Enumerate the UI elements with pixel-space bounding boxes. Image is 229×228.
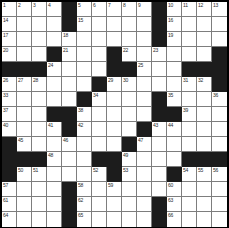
white-cell[interactable]	[182, 137, 197, 152]
clue-number: 30	[123, 77, 128, 83]
white-cell[interactable]: 39	[182, 107, 197, 122]
clue-number: 22	[123, 47, 128, 53]
clue-number: 49	[123, 152, 128, 158]
white-cell[interactable]	[197, 212, 212, 227]
white-cell[interactable]	[92, 32, 107, 47]
white-cell[interactable]	[47, 77, 62, 92]
white-cell[interactable]	[122, 32, 137, 47]
white-cell[interactable]	[17, 32, 32, 47]
white-cell[interactable]	[122, 212, 137, 227]
clue-number: 12	[198, 2, 203, 8]
clue-number: 50	[18, 167, 23, 173]
white-cell[interactable]	[77, 77, 92, 92]
white-cell[interactable]: 63	[167, 197, 182, 212]
white-cell[interactable]	[92, 212, 107, 227]
white-cell[interactable]	[32, 197, 47, 212]
clue-number: 36	[213, 92, 218, 98]
clue-number: 21	[63, 47, 68, 53]
white-cell[interactable]: 66	[167, 212, 182, 227]
white-cell[interactable]	[167, 152, 182, 167]
black-cell	[107, 47, 122, 62]
black-cell	[32, 152, 47, 167]
white-cell[interactable]: 13	[212, 2, 227, 17]
white-cell[interactable]: 52	[92, 167, 107, 182]
black-cell	[2, 137, 17, 152]
white-cell[interactable]	[182, 92, 197, 107]
white-cell[interactable]	[122, 17, 137, 32]
black-cell	[152, 92, 167, 107]
white-cell[interactable]: 6	[92, 2, 107, 17]
clue-number: 43	[153, 122, 158, 128]
white-cell[interactable]: 12	[197, 2, 212, 17]
white-cell[interactable]: 8	[122, 2, 137, 17]
white-cell[interactable]	[17, 47, 32, 62]
white-cell[interactable]	[137, 197, 152, 212]
white-cell[interactable]	[92, 17, 107, 32]
black-cell	[62, 107, 77, 122]
clue-number: 58	[78, 182, 83, 188]
white-cell[interactable]	[92, 197, 107, 212]
clue-number: 66	[168, 212, 173, 218]
clue-number: 4	[48, 2, 51, 8]
white-cell[interactable]	[197, 182, 212, 197]
clue-number: 55	[198, 167, 203, 173]
white-cell[interactable]	[182, 47, 197, 62]
clue-number: 61	[3, 197, 8, 203]
white-cell[interactable]	[47, 212, 62, 227]
black-cell	[122, 137, 137, 152]
clue-number: 64	[3, 212, 8, 218]
black-cell	[32, 62, 47, 77]
white-cell[interactable]: 41	[47, 122, 62, 137]
clue-number: 59	[108, 182, 113, 188]
white-cell[interactable]	[17, 17, 32, 32]
clue-number: 19	[168, 32, 173, 38]
white-cell[interactable]: 11	[182, 2, 197, 17]
clue-number: 20	[3, 47, 8, 53]
white-cell[interactable]: 4	[47, 2, 62, 17]
black-cell	[107, 167, 122, 182]
white-cell[interactable]	[167, 137, 182, 152]
white-cell[interactable]	[167, 77, 182, 92]
clue-number: 37	[3, 107, 8, 113]
white-cell[interactable]	[122, 197, 137, 212]
white-cell[interactable]: 45	[17, 137, 32, 152]
white-cell[interactable]	[212, 17, 227, 32]
clue-number: 15	[78, 17, 83, 23]
white-cell[interactable]	[137, 182, 152, 197]
white-cell[interactable]	[137, 167, 152, 182]
white-cell[interactable]: 25	[137, 62, 152, 77]
clue-number: 18	[63, 32, 68, 38]
white-cell[interactable]	[32, 92, 47, 107]
white-cell[interactable]	[32, 182, 47, 197]
white-cell[interactable]: 29	[107, 77, 122, 92]
black-cell	[47, 47, 62, 62]
black-cell	[212, 77, 227, 92]
clue-number: 31	[183, 77, 188, 83]
clue-number: 23	[153, 47, 158, 53]
clue-number: 65	[78, 212, 83, 218]
white-cell[interactable]	[47, 137, 62, 152]
clue-number: 3	[33, 2, 36, 8]
white-cell[interactable]: 50	[17, 167, 32, 182]
white-cell[interactable]	[17, 212, 32, 227]
white-cell[interactable]	[32, 137, 47, 152]
white-cell[interactable]	[122, 92, 137, 107]
black-cell	[167, 107, 182, 122]
white-cell[interactable]	[122, 107, 137, 122]
black-cell	[197, 62, 212, 77]
white-cell[interactable]: 58	[77, 182, 92, 197]
white-cell[interactable]: 5	[77, 2, 92, 17]
white-cell[interactable]	[77, 47, 92, 62]
white-cell[interactable]	[122, 122, 137, 137]
clue-number: 46	[63, 137, 68, 143]
clue-number: 34	[93, 92, 98, 98]
clue-number: 45	[18, 137, 23, 143]
clue-number: 57	[3, 182, 8, 188]
white-cell[interactable]	[92, 47, 107, 62]
black-cell	[152, 32, 167, 47]
clue-number: 9	[138, 2, 141, 8]
white-cell[interactable]: 47	[137, 137, 152, 152]
white-cell[interactable]: 64	[2, 212, 17, 227]
white-cell[interactable]: 35	[167, 92, 182, 107]
white-cell[interactable]	[137, 152, 152, 167]
clue-number: 25	[138, 62, 143, 68]
white-cell[interactable]: 7	[107, 2, 122, 17]
white-cell[interactable]: 48	[47, 152, 62, 167]
clue-number: 54	[183, 167, 188, 173]
clue-number: 16	[168, 17, 173, 23]
white-cell[interactable]	[212, 107, 227, 122]
white-cell[interactable]	[77, 62, 92, 77]
white-cell[interactable]: 2	[17, 2, 32, 17]
black-cell	[167, 167, 182, 182]
black-cell	[107, 62, 122, 77]
clue-number: 14	[3, 17, 8, 23]
crossword-puzzle: 1234567891011121314151617181920212223242…	[0, 0, 229, 228]
white-cell[interactable]	[137, 92, 152, 107]
white-cell[interactable]	[212, 122, 227, 137]
white-cell[interactable]	[197, 17, 212, 32]
black-cell	[62, 197, 77, 212]
white-cell[interactable]	[152, 182, 167, 197]
white-cell[interactable]: 21	[62, 47, 77, 62]
white-cell[interactable]: 16	[167, 17, 182, 32]
black-cell	[197, 152, 212, 167]
white-cell[interactable]: 33	[2, 92, 17, 107]
white-cell[interactable]: 10	[167, 2, 182, 17]
white-cell[interactable]	[92, 182, 107, 197]
crossword-grid: 1234567891011121314151617181920212223242…	[0, 0, 229, 228]
white-cell[interactable]	[92, 107, 107, 122]
clue-number: 32	[198, 77, 203, 83]
black-cell	[182, 62, 197, 77]
white-cell[interactable]	[137, 32, 152, 47]
white-cell[interactable]: 20	[2, 47, 17, 62]
white-cell[interactable]	[152, 77, 167, 92]
white-cell[interactable]	[122, 182, 137, 197]
white-cell[interactable]	[212, 197, 227, 212]
white-cell[interactable]: 61	[2, 197, 17, 212]
white-cell[interactable]	[17, 107, 32, 122]
white-cell[interactable]	[62, 92, 77, 107]
clue-number: 48	[48, 152, 53, 158]
white-cell[interactable]: 60	[167, 182, 182, 197]
clue-number: 38	[78, 107, 83, 113]
clue-number: 62	[78, 197, 83, 203]
black-cell	[2, 167, 17, 182]
white-cell[interactable]	[137, 47, 152, 62]
white-cell[interactable]	[47, 197, 62, 212]
white-cell[interactable]	[182, 212, 197, 227]
black-cell	[212, 62, 227, 77]
white-cell[interactable]	[62, 62, 77, 77]
white-cell[interactable]: 46	[62, 137, 77, 152]
clue-number: 5	[78, 2, 81, 8]
black-cell	[17, 152, 32, 167]
white-cell[interactable]	[107, 122, 122, 137]
white-cell[interactable]: 19	[167, 32, 182, 47]
white-cell[interactable]	[137, 212, 152, 227]
white-cell[interactable]	[182, 182, 197, 197]
white-cell[interactable]: 42	[77, 122, 92, 137]
white-cell[interactable]: 44	[167, 122, 182, 137]
black-cell	[152, 17, 167, 32]
clue-number: 60	[168, 182, 173, 188]
white-cell[interactable]	[182, 17, 197, 32]
white-cell[interactable]	[197, 122, 212, 137]
white-cell[interactable]	[107, 17, 122, 32]
white-cell[interactable]: 57	[2, 182, 17, 197]
white-cell[interactable]: 22	[122, 47, 137, 62]
black-cell	[62, 2, 77, 17]
white-cell[interactable]: 15	[77, 17, 92, 32]
white-cell[interactable]	[107, 137, 122, 152]
white-cell[interactable]	[152, 152, 167, 167]
white-cell[interactable]	[92, 137, 107, 152]
black-cell	[62, 17, 77, 32]
clue-number: 40	[3, 122, 8, 128]
white-cell[interactable]	[17, 182, 32, 197]
black-cell	[77, 92, 92, 107]
white-cell[interactable]	[212, 182, 227, 197]
white-cell[interactable]	[137, 77, 152, 92]
clue-number: 44	[168, 122, 173, 128]
white-cell[interactable]	[197, 197, 212, 212]
white-cell[interactable]	[212, 212, 227, 227]
white-cell[interactable]	[152, 137, 167, 152]
white-cell[interactable]: 26	[2, 77, 17, 92]
white-cell[interactable]: 54	[182, 167, 197, 182]
clue-number: 52	[93, 167, 98, 173]
white-cell[interactable]	[32, 212, 47, 227]
white-cell[interactable]	[197, 92, 212, 107]
white-cell[interactable]	[92, 62, 107, 77]
white-cell[interactable]	[167, 47, 182, 62]
white-cell[interactable]	[197, 137, 212, 152]
black-cell	[182, 152, 197, 167]
white-cell[interactable]	[47, 92, 62, 107]
white-cell[interactable]	[92, 122, 107, 137]
white-cell[interactable]	[77, 32, 92, 47]
white-cell[interactable]	[167, 62, 182, 77]
black-cell	[212, 47, 227, 62]
white-cell[interactable]	[137, 17, 152, 32]
white-cell[interactable]: 51	[32, 167, 47, 182]
white-cell[interactable]	[32, 47, 47, 62]
white-cell[interactable]	[152, 62, 167, 77]
white-cell[interactable]: 59	[107, 182, 122, 197]
white-cell[interactable]: 43	[152, 122, 167, 137]
white-cell[interactable]: 38	[77, 107, 92, 122]
white-cell[interactable]: 23	[152, 47, 167, 62]
white-cell[interactable]	[62, 167, 77, 182]
clue-number: 6	[93, 2, 96, 8]
white-cell[interactable]	[32, 122, 47, 137]
white-cell[interactable]: 36	[212, 92, 227, 107]
white-cell[interactable]: 3	[32, 2, 47, 17]
clue-number: 17	[3, 32, 8, 38]
white-cell[interactable]: 24	[47, 62, 62, 77]
white-cell[interactable]	[212, 137, 227, 152]
white-cell[interactable]	[17, 197, 32, 212]
white-cell[interactable]	[137, 107, 152, 122]
white-cell[interactable]	[47, 17, 62, 32]
white-cell[interactable]	[17, 122, 32, 137]
white-cell[interactable]	[107, 212, 122, 227]
clue-number: 11	[183, 2, 188, 8]
black-cell	[152, 212, 167, 227]
clue-number: 41	[48, 122, 53, 128]
white-cell[interactable]: 30	[122, 77, 137, 92]
white-cell[interactable]	[182, 197, 197, 212]
white-cell[interactable]	[107, 92, 122, 107]
white-cell[interactable]: 31	[182, 77, 197, 92]
white-cell[interactable]	[32, 107, 47, 122]
white-cell[interactable]	[47, 167, 62, 182]
black-cell	[92, 77, 107, 92]
black-cell	[47, 107, 62, 122]
white-cell[interactable]	[152, 167, 167, 182]
clue-number: 33	[3, 92, 8, 98]
white-cell[interactable]	[197, 32, 212, 47]
white-cell[interactable]	[62, 152, 77, 167]
white-cell[interactable]	[77, 167, 92, 182]
white-cell[interactable]	[32, 17, 47, 32]
clue-number: 28	[33, 77, 38, 83]
white-cell[interactable]	[107, 32, 122, 47]
black-cell	[152, 2, 167, 17]
white-cell[interactable]	[197, 107, 212, 122]
white-cell[interactable]: 49	[122, 152, 137, 167]
clue-number: 1	[3, 2, 6, 8]
black-cell	[2, 152, 17, 167]
white-cell[interactable]: 9	[137, 2, 152, 17]
white-cell[interactable]	[182, 122, 197, 137]
white-cell[interactable]	[197, 47, 212, 62]
white-cell[interactable]	[77, 152, 92, 167]
black-cell	[62, 182, 77, 197]
white-cell[interactable]	[77, 137, 92, 152]
white-cell[interactable]	[17, 92, 32, 107]
clue-number: 63	[168, 197, 173, 203]
black-cell	[2, 62, 17, 77]
black-cell	[62, 122, 77, 137]
white-cell[interactable]: 17	[2, 32, 17, 47]
clue-number: 2	[18, 2, 21, 8]
black-cell	[17, 62, 32, 77]
clue-number: 29	[108, 77, 113, 83]
clue-number: 56	[213, 167, 218, 173]
clue-number: 7	[108, 2, 111, 8]
clue-number: 53	[123, 167, 128, 173]
white-cell[interactable]: 62	[77, 197, 92, 212]
white-cell[interactable]: 55	[197, 167, 212, 182]
white-cell[interactable]: 34	[92, 92, 107, 107]
white-cell[interactable]	[47, 182, 62, 197]
clue-number: 10	[168, 2, 173, 8]
white-cell[interactable]	[212, 32, 227, 47]
white-cell[interactable]: 56	[212, 167, 227, 182]
white-cell[interactable]	[62, 77, 77, 92]
clue-number: 8	[123, 2, 126, 8]
clue-number: 27	[18, 77, 23, 83]
clue-number: 42	[78, 122, 83, 128]
white-cell[interactable]: 37	[2, 107, 17, 122]
white-cell[interactable]: 1	[2, 2, 17, 17]
white-cell[interactable]	[47, 32, 62, 47]
white-cell[interactable]: 40	[2, 122, 17, 137]
white-cell[interactable]: 18	[62, 32, 77, 47]
white-cell[interactable]: 28	[32, 77, 47, 92]
white-cell[interactable]: 53	[122, 167, 137, 182]
black-cell	[107, 152, 122, 167]
black-cell	[212, 152, 227, 167]
white-cell[interactable]: 14	[2, 17, 17, 32]
clue-number: 24	[48, 62, 53, 68]
white-cell[interactable]	[182, 32, 197, 47]
black-cell	[152, 197, 167, 212]
black-cell	[152, 107, 167, 122]
white-cell[interactable]	[107, 197, 122, 212]
clue-number: 39	[183, 107, 188, 113]
clue-number: 13	[213, 2, 218, 8]
clue-number: 26	[3, 77, 8, 83]
white-cell[interactable]	[32, 32, 47, 47]
black-cell	[122, 62, 137, 77]
clue-number: 51	[33, 167, 38, 173]
clue-number: 35	[168, 92, 173, 98]
white-cell[interactable]: 27	[17, 77, 32, 92]
black-cell	[92, 152, 107, 167]
black-cell	[137, 122, 152, 137]
clue-number: 47	[138, 137, 143, 143]
white-cell[interactable]: 65	[77, 212, 92, 227]
white-cell[interactable]	[107, 107, 122, 122]
black-cell	[62, 212, 77, 227]
white-cell[interactable]: 32	[197, 77, 212, 92]
